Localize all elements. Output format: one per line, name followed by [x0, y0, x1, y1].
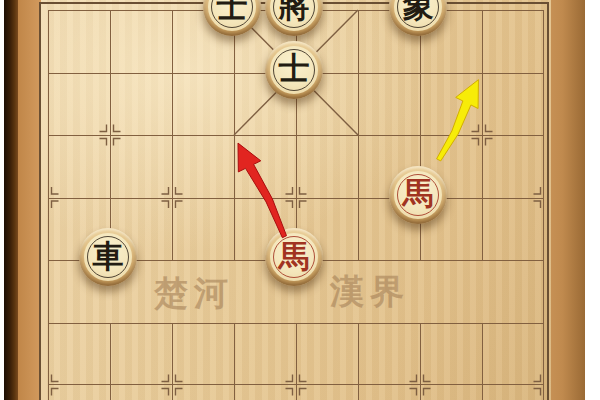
piece-black-chariot[interactable]: 車 [79, 228, 137, 286]
piece-glyph: 士 [279, 53, 310, 84]
piece-glyph: 將 [279, 0, 310, 22]
pieces-layer: 士將象士馬馬車 [0, 0, 600, 400]
piece-glyph: 象 [403, 0, 434, 22]
piece-glyph: 士 [217, 0, 248, 22]
piece-face: 將 [270, 0, 318, 31]
piece-face: 馬 [270, 233, 318, 281]
piece-face: 士 [270, 46, 318, 94]
piece-glyph: 車 [93, 241, 124, 272]
piece-face: 士 [208, 0, 256, 31]
xiangqi-board: 楚河 漢界 士將象士馬馬車 [0, 0, 600, 400]
piece-face: 車 [84, 233, 132, 281]
piece-red-horse-center[interactable]: 馬 [265, 228, 323, 286]
piece-black-advisor-left[interactable]: 士 [203, 0, 261, 36]
piece-red-horse-right[interactable]: 馬 [389, 166, 447, 224]
piece-black-general[interactable]: 將 [265, 0, 323, 36]
piece-black-elephant[interactable]: 象 [389, 0, 447, 36]
piece-face: 象 [394, 0, 442, 31]
piece-face: 馬 [394, 171, 442, 219]
piece-glyph: 馬 [279, 241, 310, 272]
piece-black-advisor-center[interactable]: 士 [265, 41, 323, 99]
piece-glyph: 馬 [403, 178, 434, 209]
